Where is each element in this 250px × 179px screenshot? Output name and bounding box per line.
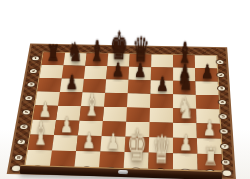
piece-white-bishop[interactable]: ♝ — [83, 90, 100, 121]
rank-label-right-3: 3 — [218, 86, 225, 90]
piece-white-pawn[interactable]: ♟ — [82, 130, 96, 152]
square-f8[interactable] — [74, 151, 100, 168]
piece-white-king[interactable]: ♚ — [126, 125, 147, 168]
piece-white-pawn[interactable]: ♟ — [59, 114, 72, 135]
square-g4[interactable] — [58, 92, 82, 106]
rank-label-left-6: 6 — [20, 125, 28, 130]
square-a2[interactable]: ♟ — [195, 68, 218, 82]
square-h7[interactable]: ♝ — [28, 135, 54, 151]
rank-label-left-4: 4 — [25, 96, 33, 100]
piece-black-pawn[interactable]: ♟ — [155, 74, 168, 94]
piece-white-rook[interactable]: ♜ — [202, 145, 218, 170]
square-g6[interactable]: ♟ — [54, 120, 79, 135]
piece-white-knight[interactable]: ♞ — [177, 94, 194, 123]
square-b5[interactable]: ♞ — [173, 108, 196, 123]
square-c4[interactable] — [150, 94, 173, 108]
square-e2[interactable]: ♟ — [106, 66, 129, 80]
square-d4[interactable] — [127, 93, 150, 107]
piece-white-pawn[interactable]: ♟ — [202, 117, 216, 138]
rank-label-right-4: 4 — [219, 100, 226, 104]
square-g7[interactable] — [52, 135, 78, 151]
square-a4[interactable] — [196, 95, 219, 110]
square-e3[interactable] — [105, 79, 128, 93]
square-a6[interactable]: ♟ — [196, 123, 220, 139]
square-c8[interactable]: ♛ — [148, 153, 173, 170]
square-g1[interactable]: ♞ — [63, 53, 86, 66]
rank-label-right-2: 2 — [217, 73, 224, 77]
square-h1[interactable]: ♜ — [42, 52, 66, 65]
board-clasp — [118, 170, 128, 174]
rank-label-right-7: 7 — [221, 144, 229, 149]
square-h8[interactable] — [25, 150, 52, 166]
square-b8[interactable] — [173, 153, 198, 170]
square-c1[interactable] — [151, 54, 173, 67]
square-h3[interactable] — [37, 78, 61, 92]
square-a3[interactable] — [195, 81, 218, 95]
square-f1[interactable]: ♝ — [85, 53, 108, 66]
rank-label-left-1: 1 — [32, 56, 39, 60]
rank-label-left-2: 2 — [30, 69, 37, 73]
rank-label-right-5: 5 — [219, 114, 226, 119]
product-photo-scene: ♜♞♝♚♛♝♟♟♟♟♟♟♞♟♝♞♟♟♝♟♟♟♚♛♜ HGFEDCBA123456… — [0, 0, 250, 179]
piece-black-rook[interactable]: ♜ — [46, 43, 60, 65]
square-f2[interactable] — [84, 66, 107, 80]
square-e5[interactable] — [103, 107, 127, 122]
square-a8[interactable]: ♜ — [197, 154, 222, 171]
piece-black-pawn[interactable]: ♟ — [133, 60, 146, 80]
piece-black-pawn[interactable]: ♟ — [65, 72, 78, 92]
piece-white-bishop[interactable]: ♝ — [31, 118, 49, 151]
square-e4[interactable] — [104, 93, 128, 107]
rank-label-right-1: 1 — [217, 60, 224, 64]
piece-white-queen[interactable]: ♛ — [151, 130, 171, 169]
square-d8[interactable]: ♚ — [124, 152, 149, 169]
square-f7[interactable]: ♟ — [76, 136, 101, 152]
piece-white-pawn[interactable]: ♟ — [178, 132, 192, 154]
corner-medallion-right — [222, 170, 231, 176]
square-h2[interactable] — [39, 65, 63, 78]
rank-label-left-3: 3 — [27, 82, 35, 86]
piece-black-bishop[interactable]: ♝ — [89, 37, 105, 66]
square-e7[interactable]: ♟ — [100, 136, 125, 152]
square-d5[interactable] — [126, 107, 150, 122]
square-g3[interactable]: ♟ — [60, 78, 84, 92]
rank-label-left-7: 7 — [17, 140, 25, 145]
playing-area: ♜♞♝♚♛♝♟♟♟♟♟♟♞♟♝♞♟♟♝♟♟♟♚♛♜ — [25, 52, 222, 170]
square-f5[interactable]: ♝ — [79, 106, 104, 121]
square-d3[interactable] — [128, 80, 151, 94]
rank-label-right-8: 8 — [222, 160, 230, 165]
rank-label-left-5: 5 — [22, 110, 30, 115]
square-c3[interactable]: ♟ — [150, 80, 173, 94]
piece-white-pawn[interactable]: ♟ — [106, 130, 120, 152]
chess-board: ♜♞♝♚♛♝♟♟♟♟♟♟♞♟♝♞♟♟♝♟♟♟♚♛♜ HGFEDCBA123456… — [7, 43, 236, 179]
rank-label-left-8: 8 — [15, 155, 23, 160]
square-g8[interactable] — [50, 150, 76, 166]
piece-black-pawn[interactable]: ♟ — [200, 62, 213, 82]
square-b7[interactable]: ♟ — [173, 138, 197, 154]
square-e8[interactable] — [99, 152, 124, 169]
piece-black-pawn[interactable]: ♟ — [111, 60, 124, 80]
square-c5[interactable] — [150, 108, 173, 123]
piece-black-knight[interactable]: ♞ — [67, 39, 83, 66]
rank-label-right-6: 6 — [220, 129, 227, 134]
square-d2[interactable]: ♟ — [128, 67, 151, 81]
